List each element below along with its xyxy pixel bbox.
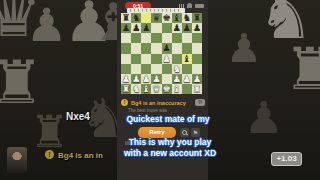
square-h4[interactable] xyxy=(192,54,202,64)
square-f5[interactable] xyxy=(172,43,182,53)
rook-bg-icon: ♜ xyxy=(284,40,320,98)
square-e8[interactable]: ♚ xyxy=(162,13,172,23)
piece-white-knight: ♞ xyxy=(132,84,141,94)
square-h7[interactable]: ♟ xyxy=(192,23,202,33)
wifi-icon xyxy=(187,3,192,8)
square-g1[interactable] xyxy=(182,84,192,94)
queen-bg-icon: ♛ xyxy=(0,0,42,46)
square-f6[interactable] xyxy=(172,33,182,43)
ticker-inaccuracy-icon: ! xyxy=(45,150,54,159)
subtitle-caption-top: Quickest mate of my xyxy=(112,114,224,124)
square-d5[interactable] xyxy=(151,43,161,53)
flag-button[interactable]: ⚑ xyxy=(191,128,200,137)
rook-bg-icon: ♜ xyxy=(0,52,44,112)
square-a1[interactable]: ♜ xyxy=(121,84,131,94)
flag-icon: ⚑ xyxy=(191,128,200,137)
square-e3[interactable] xyxy=(162,64,172,74)
pawn-bg-icon: ♟ xyxy=(226,28,262,68)
square-c6[interactable] xyxy=(141,33,151,43)
piece-black-pawn: ♟ xyxy=(183,23,192,33)
square-e5[interactable]: ♟ xyxy=(162,43,172,53)
square-a5[interactable] xyxy=(121,43,131,53)
square-e4[interactable]: ♟ xyxy=(162,54,172,64)
piece-white-pawn: ♟ xyxy=(183,74,192,84)
evaluation-badge: +1.03 xyxy=(271,152,302,166)
piece-white-rook: ♜ xyxy=(122,84,131,94)
piece-white-king: ♚ xyxy=(162,84,171,94)
square-b5[interactable] xyxy=(131,43,141,53)
piece-white-bishop: ♝ xyxy=(142,84,151,94)
square-c4[interactable] xyxy=(141,54,151,64)
square-d1[interactable]: ♛ xyxy=(151,84,161,94)
piece-black-pawn: ♟ xyxy=(132,23,141,33)
square-a6[interactable] xyxy=(121,33,131,43)
video-frame: ♛♟♟♝♞♟♜♜♞♜♟ 0:51 ♜♞♛♚♝♞♜♟♟♟♟♟♟♟♟♝♞♟♟♟♟♟♟… xyxy=(0,0,320,180)
square-c5[interactable] xyxy=(141,43,151,53)
piece-black-queen: ♛ xyxy=(152,13,161,23)
piece-white-pawn: ♟ xyxy=(162,54,171,64)
square-b6[interactable] xyxy=(131,33,141,43)
piece-black-bishop: ♝ xyxy=(183,54,192,64)
square-h1[interactable]: ♜ xyxy=(192,84,202,94)
subtitle-caption-line2: with a new account XD xyxy=(110,148,230,158)
square-g2[interactable]: ♟ xyxy=(182,74,192,84)
move-overlay-caption: Nxe4 xyxy=(66,111,90,122)
magnifier-icon xyxy=(182,130,187,135)
square-d7[interactable] xyxy=(151,23,161,33)
piece-black-pawn: ♟ xyxy=(172,23,181,33)
inaccuracy-banner: Bg4 is an inaccuracy xyxy=(131,100,186,106)
square-g7[interactable]: ♟ xyxy=(182,23,192,33)
square-h5[interactable] xyxy=(192,43,202,53)
battery-icon xyxy=(195,4,204,8)
pawn-bg-icon: ♟ xyxy=(64,0,114,50)
inaccuracy-icon: ! xyxy=(121,99,128,106)
square-e1[interactable]: ♚ xyxy=(162,84,172,94)
piece-black-pawn: ♟ xyxy=(193,23,202,33)
pawn-bg-icon: ♟ xyxy=(26,2,67,48)
square-b7[interactable]: ♟ xyxy=(131,23,141,33)
square-d4[interactable] xyxy=(151,54,161,64)
square-b1[interactable]: ♞ xyxy=(131,84,141,94)
square-c7[interactable]: ♟ xyxy=(141,23,151,33)
piece-black-pawn: ♟ xyxy=(162,43,171,53)
square-f1[interactable]: ♝ xyxy=(172,84,182,94)
square-d6[interactable] xyxy=(151,33,161,43)
square-d8[interactable]: ♛ xyxy=(151,13,161,23)
square-h6[interactable] xyxy=(192,33,202,43)
chess-board[interactable]: ♜♞♛♚♝♞♜♟♟♟♟♟♟♟♟♝♞♟♟♟♟♟♟♟♜♞♝♛♚♝♜ xyxy=(121,13,202,94)
square-c1[interactable]: ♝ xyxy=(141,84,151,94)
piece-black-pawn: ♟ xyxy=(142,23,151,33)
move-class-badge: ?! xyxy=(195,99,205,106)
subtitle-caption-line1: This is why you play xyxy=(110,137,230,147)
best-move-hint: The best move was xyxy=(128,108,167,113)
rook-bg-icon: ♜ xyxy=(30,110,69,154)
square-e7[interactable] xyxy=(162,23,172,33)
piece-black-king: ♚ xyxy=(162,13,171,23)
square-f7[interactable]: ♟ xyxy=(172,23,182,33)
ticker-text: Bg4 is an in xyxy=(58,151,103,160)
piece-black-pawn: ♟ xyxy=(122,23,131,33)
piece-white-rook: ♜ xyxy=(193,84,202,94)
square-g4[interactable]: ♝ xyxy=(182,54,192,64)
knight-bg-icon: ♞ xyxy=(258,0,314,48)
square-a4[interactable] xyxy=(121,54,131,64)
channel-avatar xyxy=(7,147,27,173)
square-b4[interactable] xyxy=(131,54,141,64)
square-a7[interactable]: ♟ xyxy=(121,23,131,33)
analysis-search-button[interactable] xyxy=(180,128,189,137)
piece-white-queen: ♛ xyxy=(152,84,161,94)
piece-white-bishop: ♝ xyxy=(172,84,181,94)
square-g5[interactable] xyxy=(182,43,192,53)
pawn-bg-icon: ♟ xyxy=(244,96,283,140)
square-g6[interactable] xyxy=(182,33,192,43)
